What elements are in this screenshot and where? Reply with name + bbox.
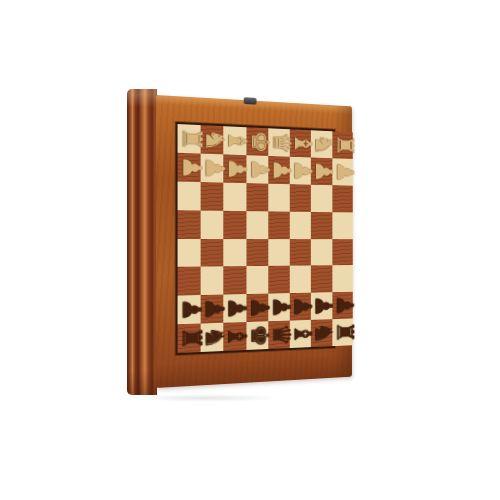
piece-white-pawn: ♟ [333,160,356,183]
square-f1: ♝ [224,126,246,155]
square-a1: ♜ [332,131,353,159]
square-e7: ♟ [246,294,268,322]
square-a2: ♟ [332,158,353,185]
floor-shadow [131,394,281,402]
square-c5 [290,239,311,266]
square-d6 [268,266,290,294]
square-h2: ♟ [178,153,201,182]
square-a6 [332,265,353,292]
piece-black-rook: ♜ [333,321,356,344]
square-b2: ♟ [311,157,332,185]
square-d1: ♛ [268,128,290,156]
square-g3 [201,182,224,211]
square-d8: ♛ [268,321,290,349]
square-h3 [178,181,201,210]
square-c6 [290,266,311,294]
square-a3 [332,185,353,212]
square-d4 [268,211,290,239]
square-f4 [224,210,246,238]
square-f6 [224,266,246,294]
square-f8: ♝ [224,322,246,351]
square-a5 [332,239,353,266]
square-f3 [224,182,246,210]
square-g4 [201,210,224,238]
chess-board: ♜♞♝♚♛♝♞♜♟♟♟♟♟♟♟♟♟♟♟♟♟♟♟♟♜♞♝♚♛♝♞♜ [176,122,335,355]
square-g6 [201,267,224,296]
piece-black-pawn: ♟ [333,294,356,317]
square-e6 [246,266,268,294]
square-d3 [268,183,290,211]
square-h7: ♟ [178,295,201,324]
square-h6 [178,267,201,296]
square-a8: ♜ [332,319,353,347]
square-b8: ♞ [311,319,332,347]
square-c7: ♟ [290,293,311,321]
square-h4 [178,210,201,239]
square-c3 [290,184,311,212]
square-e4 [246,211,268,239]
square-g1: ♞ [201,125,224,154]
square-d7: ♟ [268,293,290,321]
square-e2: ♟ [246,155,268,183]
square-h5 [178,239,201,268]
piece-white-rook: ♜ [333,133,356,156]
square-e1: ♚ [246,127,268,156]
square-f7: ♟ [224,294,246,323]
square-h1: ♜ [178,124,201,153]
square-e5 [246,239,268,267]
box-spine-edge [127,89,157,395]
metal-clasp [244,97,257,104]
square-b3 [311,184,332,211]
square-f2: ♟ [224,154,246,183]
square-f5 [224,239,246,267]
square-g7: ♟ [201,295,224,324]
square-d5 [268,239,290,267]
board-front-face: ♜♞♝♚♛♝♞♜♟♟♟♟♟♟♟♟♟♟♟♟♟♟♟♟♜♞♝♚♛♝♞♜ [156,95,352,388]
square-d2: ♟ [268,156,290,184]
square-b1: ♞ [311,130,332,158]
square-e3 [246,183,268,211]
square-g5 [201,239,224,267]
square-h8: ♜ [178,324,201,353]
square-c1: ♝ [290,129,311,157]
square-b6 [311,266,332,293]
square-g2: ♟ [201,153,224,182]
square-c4 [290,211,311,238]
square-g8: ♞ [201,323,224,352]
square-a4 [332,212,353,239]
square-e8: ♚ [246,321,268,350]
square-c2: ♟ [290,157,311,185]
chess-set-photo: ♜♞♝♚♛♝♞♜♟♟♟♟♟♟♟♟♟♟♟♟♟♟♟♟♜♞♝♚♛♝♞♜ [127,86,397,404]
square-c8: ♝ [290,320,311,348]
square-b5 [311,239,332,266]
square-b7: ♟ [311,292,332,320]
square-a7: ♟ [332,292,353,319]
square-b4 [311,212,332,239]
